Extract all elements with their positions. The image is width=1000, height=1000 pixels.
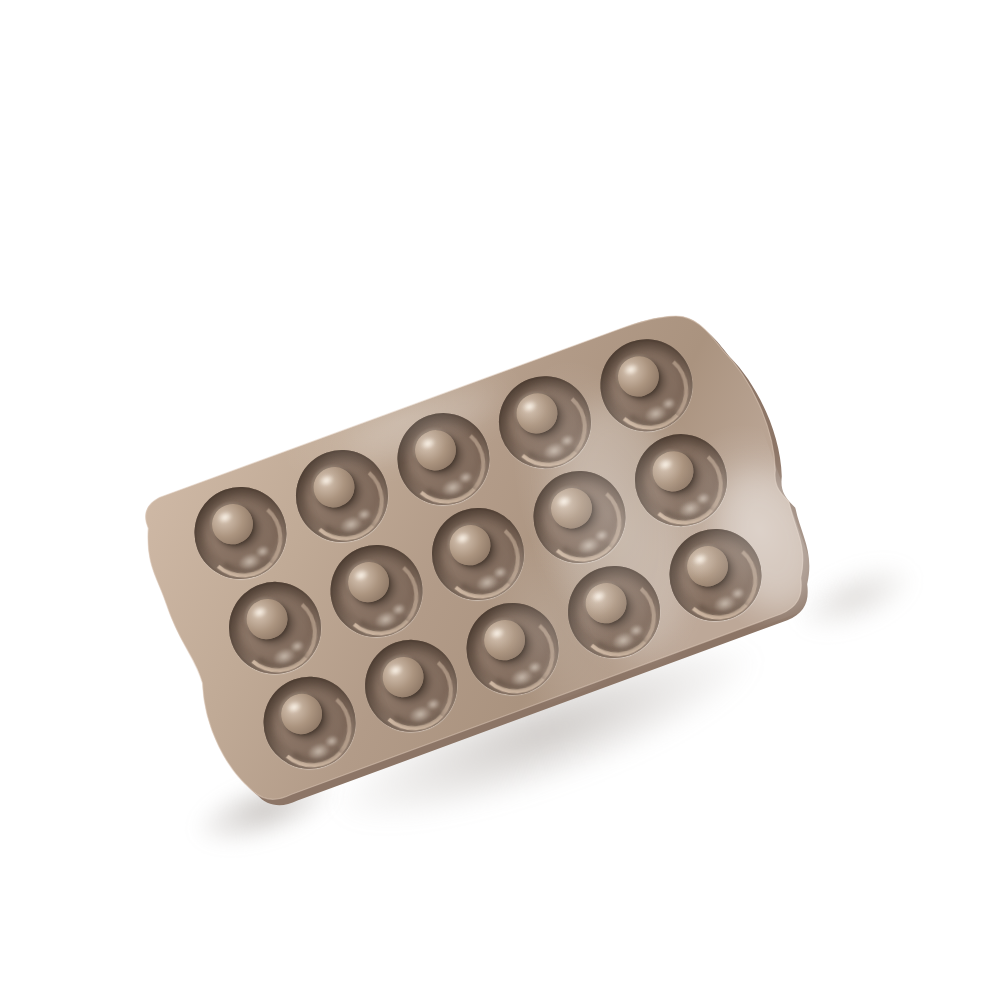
cavity-center-dome [206, 498, 258, 550]
chocolate-mold-tray [130, 293, 825, 815]
cavity-center-dome [308, 461, 360, 513]
cavity-center-dome [342, 556, 394, 608]
cavity-center-dome [681, 540, 733, 592]
product-photo-stage [0, 0, 1000, 1000]
cavity-center-dome [511, 387, 563, 439]
mold-cavity [352, 627, 470, 745]
cavity-center-dome [409, 424, 461, 476]
cavity-center-dome [647, 445, 699, 497]
cavity-center-dome [612, 350, 664, 402]
mold-cavity [419, 495, 537, 613]
mold-cavity [657, 516, 775, 634]
mold-cavity [182, 474, 300, 592]
mold-cavity [622, 421, 740, 539]
cavity-center-dome [580, 577, 632, 629]
cavity-center-dome [444, 519, 496, 571]
mold-cavity [555, 553, 673, 671]
mold-cavity [384, 400, 502, 518]
cavity-center-dome [276, 688, 328, 740]
mold-cavity [216, 569, 334, 687]
cavity-grid [130, 293, 825, 815]
mold-cavity [521, 458, 639, 576]
mold-cavity [251, 664, 369, 782]
cavity-center-dome [545, 482, 597, 534]
mold-cavity [587, 326, 705, 444]
mold-cavity [486, 363, 604, 481]
cavity-center-dome [478, 614, 530, 666]
mold-cavity [283, 437, 401, 555]
mold-cavity [454, 590, 572, 708]
cavity-center-dome [377, 651, 429, 703]
cavity-center-dome [241, 593, 293, 645]
mold-cavity [318, 532, 436, 650]
